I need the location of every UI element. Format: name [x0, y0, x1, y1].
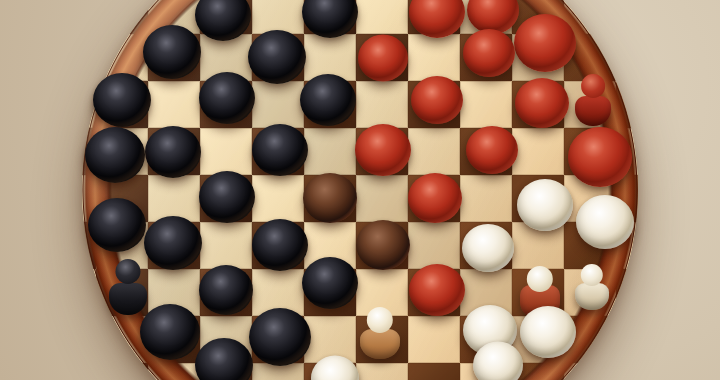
white-man[interactable] — [462, 224, 514, 272]
black-man[interactable] — [143, 25, 201, 79]
red-man[interactable] — [411, 76, 463, 124]
brown-man[interactable] — [303, 173, 357, 223]
black-man[interactable] — [144, 216, 202, 270]
red-man[interactable] — [358, 35, 408, 82]
black-pawn[interactable] — [109, 259, 147, 315]
black-man[interactable] — [145, 126, 201, 178]
black-man[interactable] — [93, 73, 151, 127]
black-man[interactable] — [248, 30, 306, 84]
black-man[interactable] — [252, 219, 308, 271]
red-man[interactable] — [466, 126, 518, 174]
red-man[interactable] — [408, 173, 462, 223]
pawn-head — [581, 74, 605, 98]
black-man[interactable] — [88, 198, 146, 252]
black-man[interactable] — [252, 124, 308, 176]
black-man[interactable] — [302, 0, 358, 38]
black-man[interactable] — [195, 338, 253, 380]
pawn-body — [575, 96, 611, 126]
black-man[interactable] — [300, 74, 356, 126]
checkers-scene — [0, 0, 720, 380]
white-man[interactable] — [520, 306, 576, 358]
red-man[interactable] — [463, 29, 515, 77]
white-pawn[interactable] — [575, 264, 609, 310]
red-pawn[interactable] — [575, 74, 611, 126]
black-man[interactable] — [199, 72, 255, 124]
white-man[interactable] — [517, 179, 573, 231]
brown-man[interactable] — [356, 220, 410, 270]
pawn-body — [575, 283, 609, 310]
white-pawn-tan[interactable] — [360, 307, 400, 359]
pieces-layer — [0, 0, 720, 380]
red-man[interactable] — [409, 264, 465, 316]
red-man[interactable] — [515, 78, 569, 128]
red-man[interactable] — [514, 14, 576, 72]
black-man[interactable] — [249, 308, 311, 366]
pawn-head — [115, 259, 140, 284]
pawn-body — [360, 329, 400, 359]
white-man[interactable] — [311, 356, 359, 380]
black-man[interactable] — [199, 265, 253, 315]
red-man[interactable] — [568, 127, 632, 187]
black-man[interactable] — [195, 0, 251, 41]
red-man[interactable] — [355, 124, 411, 176]
pawn-body — [109, 283, 147, 315]
red-man[interactable] — [409, 0, 465, 38]
white-man[interactable] — [576, 195, 634, 249]
white-man[interactable] — [473, 342, 523, 380]
black-man[interactable] — [302, 257, 358, 309]
black-man[interactable] — [140, 304, 200, 360]
black-man[interactable] — [85, 127, 145, 183]
black-man[interactable] — [199, 171, 255, 223]
